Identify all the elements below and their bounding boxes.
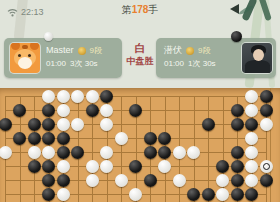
white-stone bbox=[71, 90, 84, 103]
white-stone bbox=[187, 146, 200, 159]
black-stone bbox=[216, 160, 229, 173]
grid-line bbox=[208, 96, 209, 202]
black-stone bbox=[13, 104, 26, 117]
white-stone bbox=[158, 160, 171, 173]
white-stone bbox=[245, 90, 258, 103]
black-stone bbox=[129, 160, 142, 173]
white-stone bbox=[86, 160, 99, 173]
black-stone bbox=[71, 146, 84, 159]
white-player-panel[interactable]: Master 9段 01:00 3次 30s bbox=[4, 38, 122, 78]
black-stone bbox=[245, 118, 258, 131]
white-stone bbox=[28, 146, 41, 159]
white-stone-indicator-icon bbox=[44, 32, 53, 41]
black-stone bbox=[202, 118, 215, 131]
white-stone bbox=[100, 104, 113, 117]
black-stone bbox=[42, 160, 55, 173]
black-stone bbox=[129, 104, 142, 117]
black-stone bbox=[57, 174, 70, 187]
white-stone bbox=[100, 146, 113, 159]
black-stone bbox=[100, 90, 113, 103]
black-stone bbox=[245, 188, 258, 201]
black-player-byoyomi: 1次 30s bbox=[188, 57, 216, 70]
white-stone bbox=[71, 118, 84, 131]
black-stone bbox=[42, 132, 55, 145]
white-stone bbox=[216, 174, 229, 187]
white-stone bbox=[115, 132, 128, 145]
result-win-type: 中盘胜 bbox=[123, 55, 157, 67]
white-stone bbox=[245, 132, 258, 145]
white-stone bbox=[86, 90, 99, 103]
black-stone bbox=[231, 146, 244, 159]
result-winner-color: 白 bbox=[123, 42, 157, 55]
go-app-screen: 22:13 第178手 Master 9段 01:00 3次 30s bbox=[0, 0, 280, 202]
black-player-rank: 9段 bbox=[198, 44, 210, 57]
white-stone bbox=[260, 160, 273, 173]
rank-medal-icon bbox=[186, 47, 194, 55]
black-stone bbox=[144, 132, 157, 145]
go-board[interactable] bbox=[0, 88, 280, 202]
white-stone bbox=[245, 146, 258, 159]
white-player-avatar[interactable] bbox=[10, 43, 40, 73]
black-player-time: 01:00 bbox=[164, 57, 184, 70]
black-stone bbox=[28, 160, 41, 173]
black-stone bbox=[13, 132, 26, 145]
black-stone bbox=[57, 146, 70, 159]
black-player-name: 潜伏 bbox=[164, 44, 182, 57]
black-stone bbox=[231, 174, 244, 187]
white-stone bbox=[57, 188, 70, 201]
white-stone bbox=[115, 174, 128, 187]
white-stone bbox=[86, 174, 99, 187]
black-stone bbox=[187, 188, 200, 201]
white-stone bbox=[173, 146, 186, 159]
black-stone bbox=[28, 118, 41, 131]
black-stone bbox=[202, 188, 215, 201]
white-stone bbox=[57, 90, 70, 103]
black-stone bbox=[42, 118, 55, 131]
black-stone bbox=[231, 104, 244, 117]
game-result: 白 中盘胜 bbox=[123, 42, 157, 67]
black-stone bbox=[144, 174, 157, 187]
move-prefix: 第 bbox=[122, 4, 132, 15]
white-stone bbox=[173, 174, 186, 187]
white-player-time: 01:00 bbox=[46, 57, 66, 70]
black-stone bbox=[231, 118, 244, 131]
black-stone bbox=[158, 146, 171, 159]
black-stone bbox=[42, 104, 55, 117]
white-stone bbox=[57, 104, 70, 117]
black-stone bbox=[0, 118, 12, 131]
move-number: 178 bbox=[132, 4, 149, 15]
white-stone bbox=[100, 160, 113, 173]
black-stone bbox=[260, 104, 273, 117]
black-stone bbox=[28, 132, 41, 145]
white-stone bbox=[129, 188, 142, 201]
black-stone bbox=[42, 174, 55, 187]
black-stone bbox=[158, 132, 171, 145]
white-stone bbox=[42, 146, 55, 159]
white-stone bbox=[245, 104, 258, 117]
black-stone-indicator-icon bbox=[231, 31, 242, 42]
black-stone bbox=[231, 188, 244, 201]
white-stone bbox=[245, 174, 258, 187]
black-stone bbox=[86, 104, 99, 117]
white-stone bbox=[100, 118, 113, 131]
white-stone bbox=[57, 118, 70, 131]
black-player-panel[interactable]: 潜伏 9段 01:00 1次 30s bbox=[156, 38, 276, 78]
black-player-avatar[interactable] bbox=[242, 43, 272, 73]
white-stone bbox=[216, 188, 229, 201]
white-stone bbox=[0, 146, 12, 159]
black-stone bbox=[260, 174, 273, 187]
move-suffix: 手 bbox=[148, 4, 158, 15]
status-bar: 22:13 第178手 bbox=[0, 0, 280, 18]
rank-medal-icon bbox=[78, 47, 86, 55]
last-move-marker bbox=[263, 163, 270, 170]
black-stone bbox=[260, 90, 273, 103]
white-player-name: Master bbox=[46, 44, 74, 57]
white-stone bbox=[42, 90, 55, 103]
black-stone bbox=[42, 188, 55, 201]
black-stone bbox=[144, 146, 157, 159]
white-player-byoyomi: 3次 30s bbox=[70, 57, 98, 70]
black-stone bbox=[231, 160, 244, 173]
back-triangle-button[interactable] bbox=[230, 4, 239, 14]
white-stone bbox=[245, 160, 258, 173]
white-player-rank: 9段 bbox=[90, 44, 102, 57]
black-stone bbox=[57, 132, 70, 145]
white-stone bbox=[260, 118, 273, 131]
white-stone bbox=[57, 160, 70, 173]
